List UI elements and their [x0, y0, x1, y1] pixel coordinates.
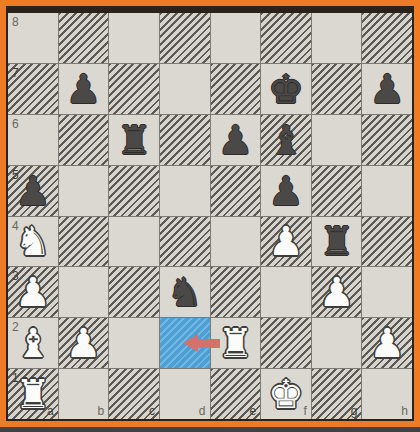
square-f2[interactable]	[261, 318, 311, 368]
square-c8[interactable]	[109, 13, 159, 63]
square-b4[interactable]	[59, 217, 109, 267]
square-b7[interactable]: ♟	[59, 64, 109, 114]
square-h1[interactable]: h	[362, 369, 412, 419]
piece-white-pawn-g3[interactable]: ♟	[312, 267, 362, 317]
piece-black-pawn-f5[interactable]: ♟	[261, 166, 311, 216]
file-label-b: b	[98, 404, 105, 418]
square-e5[interactable]	[211, 166, 261, 216]
square-h2[interactable]: ♟	[362, 318, 412, 368]
square-b1[interactable]: b	[59, 369, 109, 419]
square-g6[interactable]	[312, 115, 362, 165]
square-e3[interactable]	[211, 267, 261, 317]
square-a7[interactable]: 7	[8, 64, 58, 114]
board-frame: 87♟♚♟6♜♟♝5♟♟4♞♟♜3♟♞♟2♝♟♜♟1a♜bcdef♚gh	[0, 0, 420, 427]
square-h4[interactable]	[362, 217, 412, 267]
piece-black-king-f7[interactable]: ♚	[261, 64, 311, 114]
square-d3[interactable]: ♞	[160, 267, 210, 317]
arrow-head	[183, 334, 198, 352]
piece-black-rook-c6[interactable]: ♜	[109, 115, 159, 165]
square-d6[interactable]	[160, 115, 210, 165]
piece-white-pawn-h2[interactable]: ♟	[362, 318, 412, 368]
board-inner-border: 87♟♚♟6♜♟♝5♟♟4♞♟♜3♟♞♟2♝♟♜♟1a♜bcdef♚gh	[6, 6, 414, 421]
chess-app-window: 87♟♚♟6♜♟♝5♟♟4♞♟♜3♟♞♟2♝♟♜♟1a♜bcdef♚gh	[0, 0, 420, 432]
piece-black-knight-d3[interactable]: ♞	[160, 267, 210, 317]
piece-white-bishop-a2[interactable]: ♝	[8, 318, 58, 368]
square-d8[interactable]	[160, 13, 210, 63]
piece-white-knight-a4[interactable]: ♞	[8, 217, 58, 267]
square-e1[interactable]: e	[211, 369, 261, 419]
square-f5[interactable]: ♟	[261, 166, 311, 216]
file-label-c: c	[149, 404, 155, 418]
piece-black-pawn-a5[interactable]: ♟	[8, 166, 58, 216]
square-a3[interactable]: 3♟	[8, 267, 58, 317]
square-f8[interactable]	[261, 13, 311, 63]
square-d2[interactable]	[160, 318, 210, 368]
square-c2[interactable]	[109, 318, 159, 368]
square-b6[interactable]	[59, 115, 109, 165]
square-c3[interactable]	[109, 267, 159, 317]
square-f7[interactable]: ♚	[261, 64, 311, 114]
rank-label-7: 7	[12, 66, 19, 80]
square-f4[interactable]: ♟	[261, 217, 311, 267]
square-a1[interactable]: 1a♜	[8, 369, 58, 419]
square-c7[interactable]	[109, 64, 159, 114]
square-h8[interactable]	[362, 13, 412, 63]
square-a8[interactable]: 8	[8, 13, 58, 63]
rank-label-8: 8	[12, 15, 19, 29]
piece-black-bishop-f6[interactable]: ♝	[261, 115, 311, 165]
piece-white-king-f1[interactable]: ♚	[261, 369, 311, 419]
piece-white-rook-e2[interactable]: ♜	[211, 318, 261, 368]
square-a2[interactable]: 2♝	[8, 318, 58, 368]
square-g2[interactable]	[312, 318, 362, 368]
square-f6[interactable]: ♝	[261, 115, 311, 165]
square-b8[interactable]	[59, 13, 109, 63]
square-c4[interactable]	[109, 217, 159, 267]
square-g7[interactable]	[312, 64, 362, 114]
piece-white-pawn-f4[interactable]: ♟	[261, 217, 311, 267]
rank-label-6: 6	[12, 117, 19, 131]
square-g5[interactable]	[312, 166, 362, 216]
square-c5[interactable]	[109, 166, 159, 216]
piece-white-pawn-a3[interactable]: ♟	[8, 267, 58, 317]
square-f1[interactable]: f♚	[261, 369, 311, 419]
square-c6[interactable]: ♜	[109, 115, 159, 165]
piece-black-rook-g4[interactable]: ♜	[312, 217, 362, 267]
square-e7[interactable]	[211, 64, 261, 114]
square-f3[interactable]	[261, 267, 311, 317]
piece-white-pawn-b2[interactable]: ♟	[59, 318, 109, 368]
square-b3[interactable]	[59, 267, 109, 317]
square-g8[interactable]	[312, 13, 362, 63]
square-e4[interactable]	[211, 217, 261, 267]
square-h3[interactable]	[362, 267, 412, 317]
square-b5[interactable]	[59, 166, 109, 216]
square-e2[interactable]: ♜	[211, 318, 261, 368]
square-e6[interactable]: ♟	[211, 115, 261, 165]
piece-black-pawn-e6[interactable]: ♟	[211, 115, 261, 165]
file-label-g: g	[351, 404, 358, 418]
piece-black-pawn-h7[interactable]: ♟	[362, 64, 412, 114]
square-a6[interactable]: 6	[8, 115, 58, 165]
piece-white-rook-a1[interactable]: ♜	[8, 369, 58, 419]
square-g1[interactable]: g	[312, 369, 362, 419]
square-e8[interactable]	[211, 13, 261, 63]
square-b2[interactable]: ♟	[59, 318, 109, 368]
square-a4[interactable]: 4♞	[8, 217, 58, 267]
file-label-h: h	[401, 404, 408, 418]
square-d4[interactable]	[160, 217, 210, 267]
square-d5[interactable]	[160, 166, 210, 216]
chess-board: 87♟♚♟6♜♟♝5♟♟4♞♟♜3♟♞♟2♝♟♜♟1a♜bcdef♚gh	[8, 13, 412, 419]
square-d1[interactable]: d	[160, 369, 210, 419]
file-label-d: d	[199, 404, 206, 418]
square-h7[interactable]: ♟	[362, 64, 412, 114]
square-a5[interactable]: 5♟	[8, 166, 58, 216]
square-g3[interactable]: ♟	[312, 267, 362, 317]
square-d7[interactable]	[160, 64, 210, 114]
square-h6[interactable]	[362, 115, 412, 165]
file-label-e: e	[249, 404, 256, 418]
square-h5[interactable]	[362, 166, 412, 216]
square-g4[interactable]: ♜	[312, 217, 362, 267]
piece-black-pawn-b7[interactable]: ♟	[59, 64, 109, 114]
square-c1[interactable]: c	[109, 369, 159, 419]
